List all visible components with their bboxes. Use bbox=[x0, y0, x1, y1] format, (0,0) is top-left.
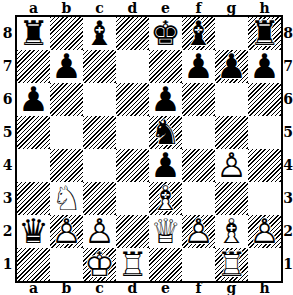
black-pawn: ♟♟ bbox=[50, 50, 83, 83]
piece-glyph: ♖ bbox=[216, 248, 246, 281]
piece-glyph: ♚ bbox=[150, 17, 180, 50]
black-pawn: ♟♟ bbox=[182, 50, 215, 83]
rank-label-right-3: 3 bbox=[283, 182, 293, 215]
square-b6 bbox=[50, 83, 83, 116]
square-f6 bbox=[182, 83, 215, 116]
rank-label-right-4: 4 bbox=[283, 149, 293, 182]
piece-glyph: ♛ bbox=[18, 215, 48, 248]
rank-label-right-7: 7 bbox=[283, 50, 293, 83]
square-c1: ♚♔ bbox=[83, 248, 116, 281]
file-label-top-b: b bbox=[50, 0, 83, 16]
rank-label-left-8: 8 bbox=[0, 17, 15, 50]
rank-labels-right: 87654321 bbox=[283, 17, 293, 281]
square-b7: ♟♟ bbox=[50, 50, 83, 83]
square-h5 bbox=[248, 116, 281, 149]
file-label-bottom-e: e bbox=[149, 282, 182, 295]
square-a2: ♛♛ bbox=[17, 215, 50, 248]
square-a6: ♟♟ bbox=[17, 83, 50, 116]
chess-diagram: abcdefgh 87654321 ♜♜♝♝♚♚♝♝♜♜♟♟♟♟♟♟♟♟♟♟♟♟… bbox=[0, 0, 293, 295]
file-label-bottom-d: d bbox=[116, 282, 149, 295]
white-queen: ♛♕ bbox=[149, 215, 182, 248]
file-label-bottom-b: b bbox=[50, 282, 83, 295]
square-d5 bbox=[116, 116, 149, 149]
black-king: ♚♚ bbox=[149, 17, 182, 50]
square-e1 bbox=[149, 248, 182, 281]
square-g7: ♟♟ bbox=[215, 50, 248, 83]
board: ♜♜♝♝♚♚♝♝♜♜♟♟♟♟♟♟♟♟♟♟♟♟♞♞♟♟♟♙♞♘♝♗♛♛♟♙♟♙♛♕… bbox=[15, 15, 283, 283]
piece-glyph: ♖ bbox=[117, 248, 147, 281]
square-h2: ♟♙ bbox=[248, 215, 281, 248]
square-a8: ♜♜ bbox=[17, 17, 50, 50]
black-pawn: ♟♟ bbox=[215, 50, 248, 83]
square-d8 bbox=[116, 17, 149, 50]
square-h1 bbox=[248, 248, 281, 281]
file-label-bottom-a: a bbox=[17, 282, 50, 295]
piece-glyph: ♟ bbox=[249, 50, 279, 83]
square-h4 bbox=[248, 149, 281, 182]
square-c6 bbox=[83, 83, 116, 116]
file-label-bottom-c: c bbox=[83, 282, 116, 295]
square-h6 bbox=[248, 83, 281, 116]
square-e2: ♛♕ bbox=[149, 215, 182, 248]
file-label-bottom-h: h bbox=[248, 282, 281, 295]
rank-label-left-2: 2 bbox=[0, 215, 15, 248]
square-b5 bbox=[50, 116, 83, 149]
square-d4 bbox=[116, 149, 149, 182]
square-a1 bbox=[17, 248, 50, 281]
black-pawn: ♟♟ bbox=[17, 83, 50, 116]
black-queen: ♛♛ bbox=[17, 215, 50, 248]
rank-label-right-2: 2 bbox=[283, 215, 293, 248]
rank-label-right-8: 8 bbox=[283, 17, 293, 50]
square-d6 bbox=[116, 83, 149, 116]
file-label-top-d: d bbox=[116, 0, 149, 16]
rank-labels-left: 87654321 bbox=[0, 17, 15, 281]
white-king: ♚♔ bbox=[83, 248, 116, 281]
piece-glyph: ♜ bbox=[18, 17, 48, 50]
square-e8: ♚♚ bbox=[149, 17, 182, 50]
square-a5 bbox=[17, 116, 50, 149]
square-b2: ♟♙ bbox=[50, 215, 83, 248]
black-rook: ♜♜ bbox=[17, 17, 50, 50]
square-d1: ♜♖ bbox=[116, 248, 149, 281]
square-f1 bbox=[182, 248, 215, 281]
square-f5 bbox=[182, 116, 215, 149]
piece-glyph: ♕ bbox=[150, 215, 180, 248]
piece-glyph: ♟ bbox=[18, 83, 48, 116]
white-rook: ♜♖ bbox=[116, 248, 149, 281]
square-d3 bbox=[116, 182, 149, 215]
rank-label-right-6: 6 bbox=[283, 83, 293, 116]
rank-label-left-5: 5 bbox=[0, 116, 15, 149]
rank-label-right-1: 1 bbox=[283, 248, 293, 281]
piece-glyph: ♟ bbox=[216, 50, 246, 83]
rank-label-right-5: 5 bbox=[283, 116, 293, 149]
square-c7 bbox=[83, 50, 116, 83]
file-label-top-g: g bbox=[215, 0, 248, 16]
black-bishop: ♝♝ bbox=[83, 17, 116, 50]
piece-glyph: ♝ bbox=[84, 17, 114, 50]
square-c4 bbox=[83, 149, 116, 182]
square-f2: ♟♙ bbox=[182, 215, 215, 248]
white-pawn: ♟♙ bbox=[50, 215, 83, 248]
square-g4: ♟♙ bbox=[215, 149, 248, 182]
white-rook: ♜♖ bbox=[215, 248, 248, 281]
square-f4 bbox=[182, 149, 215, 182]
square-g6 bbox=[215, 83, 248, 116]
piece-glyph: ♙ bbox=[216, 149, 246, 182]
rank-label-left-7: 7 bbox=[0, 50, 15, 83]
white-pawn: ♟♙ bbox=[182, 215, 215, 248]
rank-label-left-4: 4 bbox=[0, 149, 15, 182]
square-b1 bbox=[50, 248, 83, 281]
rank-label-left-1: 1 bbox=[0, 248, 15, 281]
square-d7 bbox=[116, 50, 149, 83]
square-c5 bbox=[83, 116, 116, 149]
white-pawn: ♟♙ bbox=[215, 149, 248, 182]
black-pawn: ♟♟ bbox=[248, 50, 281, 83]
piece-glyph: ♙ bbox=[51, 215, 81, 248]
file-label-bottom-g: g bbox=[215, 282, 248, 295]
file-label-bottom-f: f bbox=[182, 282, 215, 295]
file-labels-top: abcdefgh bbox=[17, 0, 281, 15]
square-h7: ♟♟ bbox=[248, 50, 281, 83]
square-f7: ♟♟ bbox=[182, 50, 215, 83]
piece-glyph: ♙ bbox=[183, 215, 213, 248]
square-c8: ♝♝ bbox=[83, 17, 116, 50]
rank-label-left-3: 3 bbox=[0, 182, 15, 215]
piece-glyph: ♙ bbox=[249, 215, 279, 248]
square-a4 bbox=[17, 149, 50, 182]
file-labels-bottom: abcdefgh bbox=[17, 282, 281, 295]
white-pawn: ♟♙ bbox=[248, 215, 281, 248]
square-g1: ♜♖ bbox=[215, 248, 248, 281]
piece-glyph: ♔ bbox=[84, 248, 114, 281]
piece-glyph: ♟ bbox=[51, 50, 81, 83]
rank-label-left-6: 6 bbox=[0, 83, 15, 116]
piece-glyph: ♟ bbox=[183, 50, 213, 83]
